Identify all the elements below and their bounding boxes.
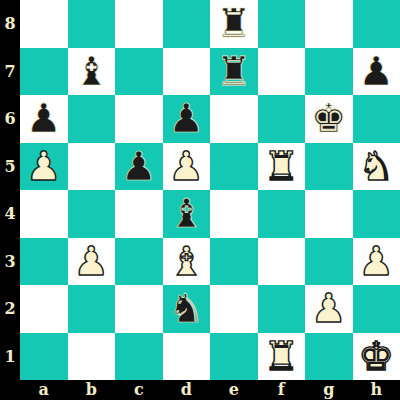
square-h4[interactable] — [353, 190, 400, 238]
square-a7[interactable] — [20, 48, 68, 96]
chessboard-frame: 87654321 ♜♝♜♟♟♟♚♟♟♟♜♞♝♟♝♟♞♟♜♚ abcdefgh — [0, 0, 400, 400]
square-a5[interactable]: ♟ — [20, 143, 68, 191]
file-label-g: g — [305, 380, 353, 400]
square-b1[interactable] — [68, 333, 116, 381]
square-d3[interactable]: ♝ — [163, 238, 211, 286]
square-f2[interactable] — [258, 285, 306, 333]
black-pawn-a6: ♟ — [26, 95, 62, 143]
square-c2[interactable] — [115, 285, 163, 333]
square-f6[interactable] — [258, 95, 306, 143]
square-d4[interactable]: ♝ — [163, 190, 211, 238]
square-b5[interactable] — [68, 143, 116, 191]
square-c7[interactable] — [115, 48, 163, 96]
square-f7[interactable] — [258, 48, 306, 96]
square-a1[interactable] — [20, 333, 68, 381]
square-h2[interactable] — [353, 285, 400, 333]
square-h5[interactable]: ♞ — [353, 143, 400, 191]
square-f5[interactable]: ♜ — [258, 143, 306, 191]
square-b7[interactable]: ♝ — [68, 48, 116, 96]
black-pawn-d6: ♟ — [168, 95, 204, 143]
square-b4[interactable] — [68, 190, 116, 238]
rank-label-2: 2 — [0, 285, 20, 333]
square-e8[interactable]: ♜ — [210, 0, 258, 48]
square-b2[interactable] — [68, 285, 116, 333]
white-pawn-a5: ♟ — [26, 143, 62, 191]
rank-label-4: 4 — [0, 190, 20, 238]
square-g1[interactable] — [305, 333, 353, 381]
square-a4[interactable] — [20, 190, 68, 238]
black-rook-e8: ♜ — [216, 0, 252, 48]
square-a6[interactable]: ♟ — [20, 95, 68, 143]
white-king-h1: ♚ — [358, 333, 394, 381]
white-rook-f1: ♜ — [263, 333, 299, 381]
square-d5[interactable]: ♟ — [163, 143, 211, 191]
square-a3[interactable] — [20, 238, 68, 286]
square-h6[interactable] — [353, 95, 400, 143]
black-bishop-d4: ♝ — [168, 190, 204, 238]
square-g8[interactable] — [305, 0, 353, 48]
white-pawn-d5: ♟ — [168, 143, 204, 191]
square-c4[interactable] — [115, 190, 163, 238]
square-h1[interactable]: ♚ — [353, 333, 400, 381]
square-g2[interactable]: ♟ — [305, 285, 353, 333]
square-a8[interactable] — [20, 0, 68, 48]
rank-label-7: 7 — [0, 48, 20, 96]
square-g6[interactable]: ♚ — [305, 95, 353, 143]
rank-labels: 87654321 — [0, 0, 20, 380]
file-label-h: h — [353, 380, 400, 400]
file-labels: abcdefgh — [20, 380, 400, 400]
square-f4[interactable] — [258, 190, 306, 238]
black-king-g6: ♚ — [311, 95, 347, 143]
square-f8[interactable] — [258, 0, 306, 48]
square-e2[interactable] — [210, 285, 258, 333]
square-c1[interactable] — [115, 333, 163, 381]
file-label-f: f — [258, 380, 306, 400]
rank-label-8: 8 — [0, 0, 20, 48]
white-pawn-g2: ♟ — [311, 285, 347, 333]
square-e4[interactable] — [210, 190, 258, 238]
square-c5[interactable]: ♟ — [115, 143, 163, 191]
square-b8[interactable] — [68, 0, 116, 48]
white-bishop-d3: ♝ — [168, 238, 204, 286]
square-g3[interactable] — [305, 238, 353, 286]
square-f3[interactable] — [258, 238, 306, 286]
square-h7[interactable]: ♟ — [353, 48, 400, 96]
square-c3[interactable] — [115, 238, 163, 286]
square-e6[interactable] — [210, 95, 258, 143]
rank-label-1: 1 — [0, 333, 20, 381]
square-e5[interactable] — [210, 143, 258, 191]
square-g5[interactable] — [305, 143, 353, 191]
square-d2[interactable]: ♞ — [163, 285, 211, 333]
square-a2[interactable] — [20, 285, 68, 333]
file-label-c: c — [115, 380, 163, 400]
square-c6[interactable] — [115, 95, 163, 143]
white-rook-f5: ♜ — [263, 143, 299, 191]
black-pawn-c5: ♟ — [121, 143, 157, 191]
black-rook-e7: ♜ — [216, 48, 252, 96]
square-h3[interactable]: ♟ — [353, 238, 400, 286]
file-label-b: b — [68, 380, 116, 400]
square-e7[interactable]: ♜ — [210, 48, 258, 96]
white-knight-h5: ♞ — [358, 143, 394, 191]
square-e3[interactable] — [210, 238, 258, 286]
square-g4[interactable] — [305, 190, 353, 238]
rank-label-3: 3 — [0, 238, 20, 286]
square-f1[interactable]: ♜ — [258, 333, 306, 381]
rank-label-5: 5 — [0, 143, 20, 191]
square-g7[interactable] — [305, 48, 353, 96]
square-b3[interactable]: ♟ — [68, 238, 116, 286]
file-label-d: d — [163, 380, 211, 400]
square-d7[interactable] — [163, 48, 211, 96]
square-e1[interactable] — [210, 333, 258, 381]
file-label-e: e — [210, 380, 258, 400]
chessboard: ♜♝♜♟♟♟♚♟♟♟♜♞♝♟♝♟♞♟♜♚ — [20, 0, 400, 380]
square-h8[interactable] — [353, 0, 400, 48]
black-bishop-b7: ♝ — [73, 48, 109, 96]
white-pawn-b3: ♟ — [73, 238, 109, 286]
square-d8[interactable] — [163, 0, 211, 48]
black-pawn-h7: ♟ — [358, 48, 394, 96]
square-c8[interactable] — [115, 0, 163, 48]
square-d1[interactable] — [163, 333, 211, 381]
white-pawn-h3: ♟ — [358, 238, 394, 286]
square-b6[interactable] — [68, 95, 116, 143]
file-label-a: a — [20, 380, 68, 400]
square-d6[interactable]: ♟ — [163, 95, 211, 143]
rank-label-6: 6 — [0, 95, 20, 143]
black-knight-d2: ♞ — [168, 285, 204, 333]
